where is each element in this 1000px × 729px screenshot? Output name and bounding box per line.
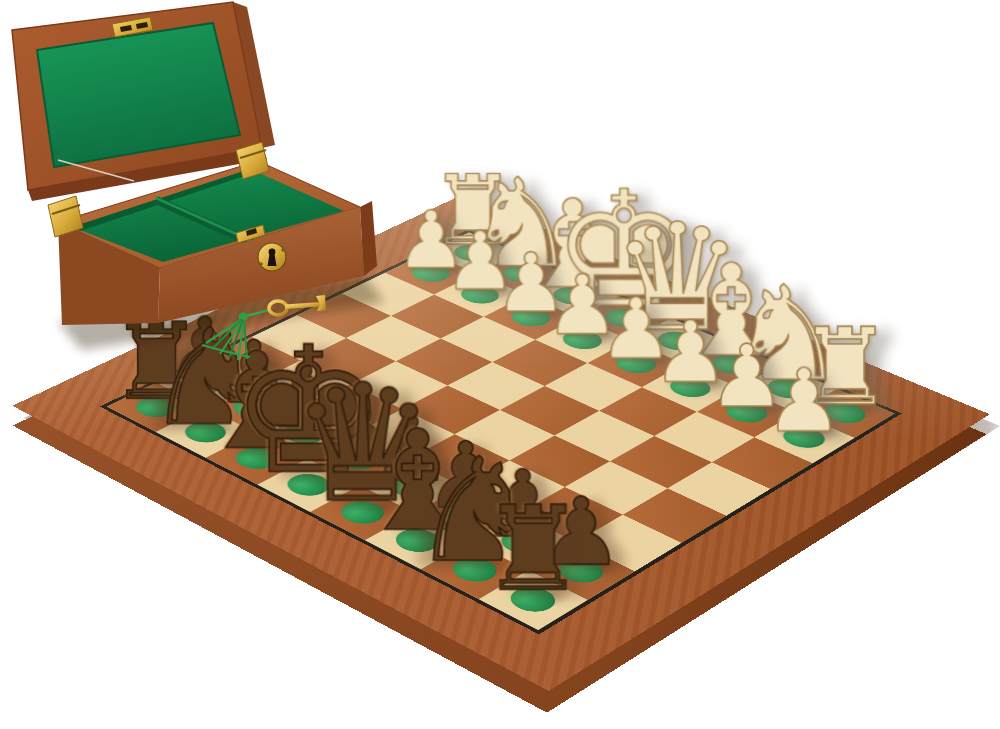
white-pawn-glyph: ♟ [765,357,843,444]
product-photo-scene: ♜♟♟♜♞♟♟♞♝♟♟♝♚♟♟♚♛♟♟♛♝♟♟♝♞♟♟♞♜♟♟♜ [0,0,1000,729]
storage-box [0,0,400,365]
black-rook-glyph: ♜ [481,492,586,609]
